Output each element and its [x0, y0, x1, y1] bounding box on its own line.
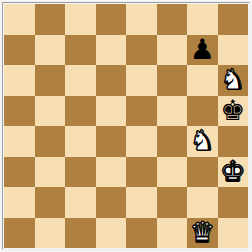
square-b7[interactable]	[35, 35, 66, 66]
square-e5[interactable]	[126, 96, 157, 127]
white-knight[interactable]: ♞	[190, 127, 215, 155]
square-f8[interactable]	[157, 4, 188, 35]
square-c4[interactable]	[65, 126, 96, 157]
square-d8[interactable]	[96, 4, 127, 35]
square-a1[interactable]	[4, 218, 35, 249]
square-h8[interactable]	[218, 4, 249, 35]
white-king[interactable]: ♚	[220, 158, 245, 186]
square-e6[interactable]	[126, 65, 157, 96]
square-h6[interactable]: ♞	[218, 65, 249, 96]
square-f6[interactable]	[157, 65, 188, 96]
square-e3[interactable]	[126, 157, 157, 188]
square-b6[interactable]	[35, 65, 66, 96]
square-e7[interactable]	[126, 35, 157, 66]
square-a4[interactable]	[4, 126, 35, 157]
square-h4[interactable]	[218, 126, 249, 157]
square-d7[interactable]	[96, 35, 127, 66]
white-knight[interactable]: ♞	[220, 66, 245, 94]
square-g3[interactable]	[187, 157, 218, 188]
square-f3[interactable]	[157, 157, 188, 188]
square-c7[interactable]	[65, 35, 96, 66]
square-c2[interactable]	[65, 187, 96, 218]
square-e1[interactable]	[126, 218, 157, 249]
square-c1[interactable]	[65, 218, 96, 249]
square-f1[interactable]	[157, 218, 188, 249]
square-b5[interactable]	[35, 96, 66, 127]
square-d1[interactable]	[96, 218, 127, 249]
square-c6[interactable]	[65, 65, 96, 96]
square-d3[interactable]	[96, 157, 127, 188]
square-a6[interactable]	[4, 65, 35, 96]
square-h5[interactable]: ♚	[218, 96, 249, 127]
chess-board: ♟♞♚♞♚♛	[4, 4, 248, 248]
square-b4[interactable]	[35, 126, 66, 157]
square-g7[interactable]: ♟	[187, 35, 218, 66]
square-f7[interactable]	[157, 35, 188, 66]
square-a7[interactable]	[4, 35, 35, 66]
square-h2[interactable]	[218, 187, 249, 218]
square-g4[interactable]: ♞	[187, 126, 218, 157]
square-h1[interactable]	[218, 218, 249, 249]
square-d6[interactable]	[96, 65, 127, 96]
chess-board-frame: ♟♞♚♞♚♛	[0, 0, 252, 252]
black-pawn[interactable]: ♟	[190, 36, 215, 64]
square-b2[interactable]	[35, 187, 66, 218]
square-f2[interactable]	[157, 187, 188, 218]
square-a5[interactable]	[4, 96, 35, 127]
square-a3[interactable]	[4, 157, 35, 188]
square-h3[interactable]: ♚	[218, 157, 249, 188]
board-inset: ♟♞♚♞♚♛	[2, 2, 250, 250]
white-queen[interactable]: ♛	[190, 219, 215, 247]
square-f5[interactable]	[157, 96, 188, 127]
black-king[interactable]: ♚	[220, 97, 245, 125]
square-d2[interactable]	[96, 187, 127, 218]
square-a8[interactable]	[4, 4, 35, 35]
square-g1[interactable]: ♛	[187, 218, 218, 249]
square-f4[interactable]	[157, 126, 188, 157]
square-e8[interactable]	[126, 4, 157, 35]
square-g5[interactable]	[187, 96, 218, 127]
square-c3[interactable]	[65, 157, 96, 188]
square-g8[interactable]	[187, 4, 218, 35]
square-a2[interactable]	[4, 187, 35, 218]
square-e2[interactable]	[126, 187, 157, 218]
square-b8[interactable]	[35, 4, 66, 35]
square-c5[interactable]	[65, 96, 96, 127]
square-c8[interactable]	[65, 4, 96, 35]
square-h7[interactable]	[218, 35, 249, 66]
square-g2[interactable]	[187, 187, 218, 218]
square-e4[interactable]	[126, 126, 157, 157]
square-g6[interactable]	[187, 65, 218, 96]
square-b1[interactable]	[35, 218, 66, 249]
square-b3[interactable]	[35, 157, 66, 188]
square-d5[interactable]	[96, 96, 127, 127]
square-d4[interactable]	[96, 126, 127, 157]
